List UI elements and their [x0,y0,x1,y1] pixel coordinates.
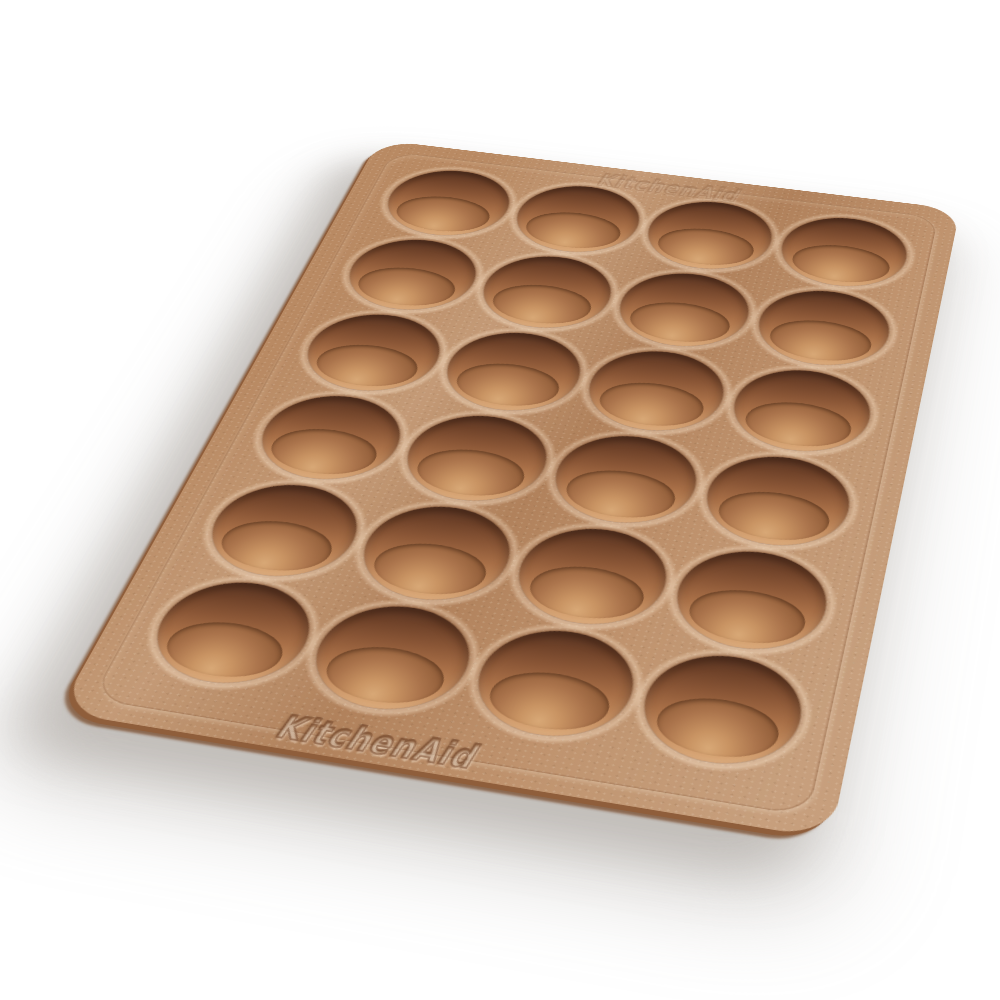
muffin-cup [504,520,678,633]
muffin-cup [136,573,328,693]
muffin-cup [749,284,896,372]
muffin-cup [696,449,858,554]
muffin-cup-well [289,306,456,399]
muffin-cup [577,344,734,438]
muffin-cup [724,363,878,459]
muffin-cup-well [459,620,649,749]
muffin-cup-well [344,497,527,611]
muffin-cup-well [635,195,782,277]
muffin-cup-well [771,211,916,295]
cup-grid [58,140,960,839]
muffin-cup-well [430,324,595,419]
muffin-cup [773,212,913,293]
muffin-cup-well [574,343,736,440]
muffin-cup-well [468,249,625,336]
muffin-cup-well [606,266,760,355]
muffin-cup-well [693,447,860,556]
muffin-cup [193,477,374,586]
muffin-cup-well [242,387,418,489]
muffin-cup-well [662,541,838,660]
muffin-cup-well [294,595,488,721]
muffin-cup-well [747,283,898,374]
muffin-cup-well [721,362,880,461]
product-photo-stage: KitchenAid KitchenAid [0,0,1000,1000]
muffin-cup [470,250,622,335]
muffin-cup [432,326,592,418]
muffin-cup [374,165,522,242]
muffin-cup [244,388,415,487]
muffin-cup-well [628,644,814,776]
muffin-cup-well [332,232,491,318]
muffin-cup [392,408,560,509]
muffin-cup [631,646,812,774]
muffin-cup [542,428,707,531]
muffin-cup-well [372,164,524,243]
muffin-cup [347,498,525,609]
muffin-cup [291,308,454,399]
muffin-cup [297,597,485,719]
muffin-cup-well [501,519,681,636]
muffin-cup [608,267,758,354]
muffin-cup [637,196,780,276]
muffin-cup-well [133,572,330,695]
muffin-pan: KitchenAid KitchenAid [58,140,960,839]
muffin-cup-well [190,475,376,587]
muffin-cup-well [389,407,562,511]
muffin-cup [462,621,647,746]
muffin-cup-well [502,179,652,260]
muffin-cup [334,233,489,316]
muffin-cup-well [539,427,709,533]
muffin-cup [665,543,836,659]
muffin-cup [504,180,649,258]
